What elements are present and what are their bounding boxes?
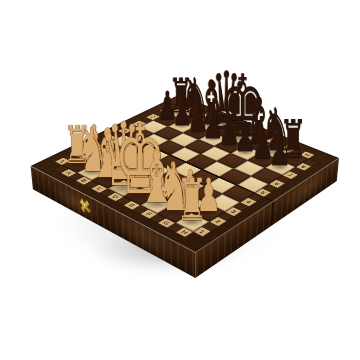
playing-grid: [179, 95, 339, 158]
photo-stage: AA88BB77CC66DD55EE44FF33GG22HH11 ♜♞♝♛♚♝♞…: [0, 0, 360, 360]
board-top: AA88BB77CC66DD55EE44FF33GG22HH11: [31, 95, 339, 253]
chess-box: AA88BB77CC66DD55EE44FF33GG22HH11: [46, 22, 326, 302]
fold-seam-side: [271, 202, 274, 226]
